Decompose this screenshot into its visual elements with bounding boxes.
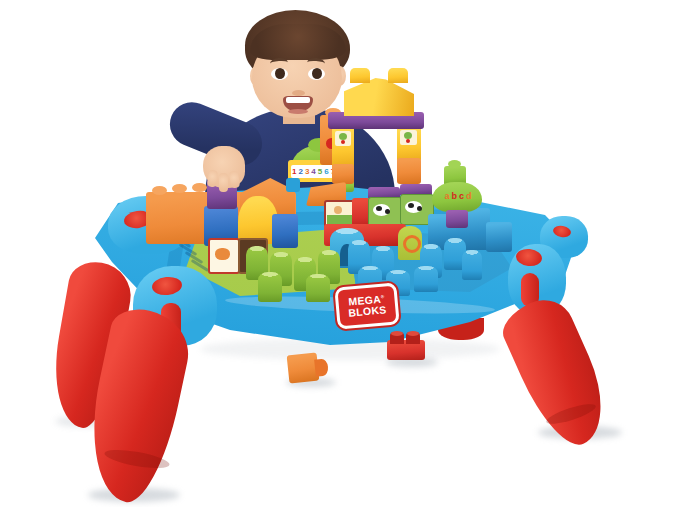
small-blue-block [286, 178, 300, 192]
boy-eye-right-iris [312, 68, 322, 79]
arch-column-left-base [332, 164, 354, 184]
sticker-dot [341, 140, 345, 144]
stud [192, 183, 207, 192]
boy-teeth [286, 97, 310, 103]
sticker-tree [404, 132, 412, 139]
roof-stud [350, 68, 370, 83]
stud-top [407, 331, 419, 336]
roof-stud [388, 68, 408, 83]
cow-patch [408, 203, 414, 208]
letter-glyph: b [452, 191, 458, 201]
horse-figure [215, 248, 230, 260]
cow-patch [376, 206, 382, 211]
letter-glyph: d [466, 191, 472, 201]
stud [172, 184, 187, 193]
boy-fringe [250, 24, 346, 60]
peg-block [462, 250, 482, 280]
farmer-head [334, 206, 342, 214]
peg-block [414, 266, 438, 292]
ring-sticker [403, 235, 421, 253]
letters-strip: abcd [436, 188, 480, 204]
loose-orange-block-stud [314, 358, 329, 376]
sticker-dot [406, 139, 410, 143]
boy-eye-left-iris [275, 68, 285, 79]
boy-finger [219, 173, 228, 192]
stud [152, 186, 167, 195]
blue-block [272, 214, 298, 248]
registered-mark: ® [381, 294, 385, 299]
product-photo: 123456789 abcd [0, 0, 677, 507]
mega-bloks-logo: MEGA® BLOKS [334, 282, 399, 329]
cow-patch [385, 209, 390, 214]
logo-line2: BLOKS [348, 304, 387, 319]
peg-block [306, 274, 330, 302]
sticker-tree [339, 133, 347, 140]
cow-patch [417, 206, 422, 211]
stud-top [391, 331, 403, 336]
letter-glyph: c [459, 191, 464, 201]
teal-block [486, 222, 512, 252]
peg-block [258, 272, 282, 302]
stud [448, 160, 461, 168]
abc-trunk-block [446, 210, 468, 228]
arch-column-right-base [397, 158, 421, 184]
letter-glyph: a [444, 191, 449, 201]
boy-lip [288, 109, 308, 114]
arch-roof [344, 78, 414, 116]
